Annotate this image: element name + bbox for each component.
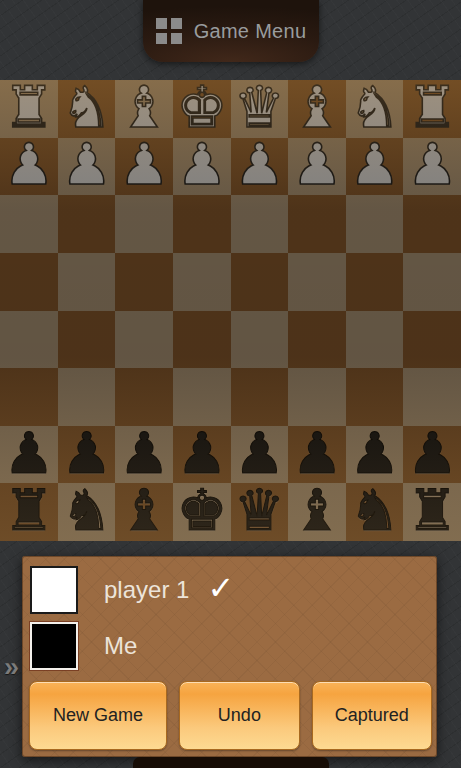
square-c5[interactable]	[288, 311, 346, 369]
square-h7[interactable]: ♟	[0, 426, 58, 484]
turn-check-icon: ✓	[207, 569, 234, 607]
square-g5[interactable]	[58, 311, 116, 369]
black-pawn: ♟	[407, 426, 458, 482]
square-b5[interactable]	[346, 311, 404, 369]
square-b8[interactable]: ♞	[346, 483, 404, 541]
black-pawn: ♟	[119, 426, 170, 482]
player-white-name: player 1	[104, 576, 189, 604]
square-f5[interactable]	[115, 311, 173, 369]
game-menu-button[interactable]: Game Menu	[143, 0, 319, 62]
player-black-name: Me	[104, 632, 137, 660]
square-g2[interactable]: ♟	[58, 138, 116, 196]
square-a4[interactable]	[403, 253, 461, 311]
square-f3[interactable]	[115, 195, 173, 253]
square-f7[interactable]: ♟	[115, 426, 173, 484]
square-d3[interactable]	[231, 195, 289, 253]
square-b6[interactable]	[346, 368, 404, 426]
player-row-black: Me	[30, 621, 429, 671]
square-c8[interactable]: ♝	[288, 483, 346, 541]
square-b2[interactable]: ♟	[346, 138, 404, 196]
square-a2[interactable]: ♟	[403, 138, 461, 196]
square-a1[interactable]: ♜	[403, 80, 461, 138]
square-e8[interactable]: ♚	[173, 483, 231, 541]
square-d6[interactable]	[231, 368, 289, 426]
white-rook: ♜	[407, 80, 458, 136]
square-c7[interactable]: ♟	[288, 426, 346, 484]
square-h5[interactable]	[0, 311, 58, 369]
white-color-swatch[interactable]	[30, 566, 78, 614]
players-panel: player 1 ✓ Me New Game Undo Captured	[22, 556, 437, 757]
black-pawn: ♟	[349, 426, 400, 482]
white-pawn: ♟	[3, 138, 54, 194]
square-f4[interactable]	[115, 253, 173, 311]
square-d8[interactable]: ♛	[231, 483, 289, 541]
square-f2[interactable]: ♟	[115, 138, 173, 196]
square-d1[interactable]: ♛	[231, 80, 289, 138]
black-bishop: ♝	[291, 483, 342, 539]
square-g6[interactable]	[58, 368, 116, 426]
white-knight: ♞	[349, 80, 400, 136]
square-d2[interactable]: ♟	[231, 138, 289, 196]
app-screen: Game Menu ♜♞♝♚♛♝♞♜♟♟♟♟♟♟♟♟♟♟♟♟♟♟♟♟♜♞♝♚♛♝…	[0, 0, 461, 768]
square-d7[interactable]: ♟	[231, 426, 289, 484]
black-pawn: ♟	[234, 426, 285, 482]
panel-button-row: New Game Undo Captured	[29, 681, 432, 750]
square-f1[interactable]: ♝	[115, 80, 173, 138]
white-bishop: ♝	[291, 80, 342, 136]
side-drawer-handle-icon[interactable]: »	[4, 654, 19, 681]
square-c3[interactable]	[288, 195, 346, 253]
undo-button[interactable]: Undo	[179, 681, 299, 750]
black-rook: ♜	[3, 483, 54, 539]
square-d4[interactable]	[231, 253, 289, 311]
bottom-drawer-tab[interactable]	[133, 757, 329, 768]
square-g4[interactable]	[58, 253, 116, 311]
square-g7[interactable]: ♟	[58, 426, 116, 484]
square-a5[interactable]	[403, 311, 461, 369]
square-c1[interactable]: ♝	[288, 80, 346, 138]
black-knight: ♞	[349, 483, 400, 539]
square-c4[interactable]	[288, 253, 346, 311]
square-a3[interactable]	[403, 195, 461, 253]
black-rook: ♜	[407, 483, 458, 539]
square-g3[interactable]	[58, 195, 116, 253]
square-e1[interactable]: ♚	[173, 80, 231, 138]
black-king: ♚	[176, 483, 227, 539]
white-king: ♚	[176, 80, 227, 136]
square-e7[interactable]: ♟	[173, 426, 231, 484]
square-h3[interactable]	[0, 195, 58, 253]
black-pawn: ♟	[3, 426, 54, 482]
new-game-button[interactable]: New Game	[29, 681, 167, 750]
white-pawn: ♟	[176, 138, 227, 194]
black-pawn: ♟	[176, 426, 227, 482]
white-bishop: ♝	[119, 80, 170, 136]
square-f8[interactable]: ♝	[115, 483, 173, 541]
square-b7[interactable]: ♟	[346, 426, 404, 484]
square-h2[interactable]: ♟	[0, 138, 58, 196]
chess-board: ♜♞♝♚♛♝♞♜♟♟♟♟♟♟♟♟♟♟♟♟♟♟♟♟♜♞♝♚♛♝♞♜	[0, 80, 461, 541]
square-c6[interactable]	[288, 368, 346, 426]
square-e3[interactable]	[173, 195, 231, 253]
game-menu-label: Game Menu	[194, 20, 307, 43]
square-h4[interactable]	[0, 253, 58, 311]
square-b4[interactable]	[346, 253, 404, 311]
square-e4[interactable]	[173, 253, 231, 311]
white-pawn: ♟	[119, 138, 170, 194]
white-knight: ♞	[61, 80, 112, 136]
square-a6[interactable]	[403, 368, 461, 426]
white-pawn: ♟	[291, 138, 342, 194]
grid-menu-icon	[156, 18, 182, 44]
square-h1[interactable]: ♜	[0, 80, 58, 138]
square-g8[interactable]: ♞	[58, 483, 116, 541]
black-pawn: ♟	[61, 426, 112, 482]
square-a8[interactable]: ♜	[403, 483, 461, 541]
black-knight: ♞	[61, 483, 112, 539]
square-b3[interactable]	[346, 195, 404, 253]
white-pawn: ♟	[407, 138, 458, 194]
black-color-swatch[interactable]	[30, 622, 78, 670]
black-bishop: ♝	[119, 483, 170, 539]
black-queen: ♛	[234, 483, 285, 539]
square-h8[interactable]: ♜	[0, 483, 58, 541]
square-e6[interactable]	[173, 368, 231, 426]
black-pawn: ♟	[291, 426, 342, 482]
white-rook: ♜	[3, 80, 54, 136]
square-e2[interactable]: ♟	[173, 138, 231, 196]
square-g1[interactable]: ♞	[58, 80, 116, 138]
white-pawn: ♟	[234, 138, 285, 194]
white-pawn: ♟	[61, 138, 112, 194]
white-queen: ♛	[234, 80, 285, 136]
square-h6[interactable]	[0, 368, 58, 426]
square-c2[interactable]: ♟	[288, 138, 346, 196]
captured-button[interactable]: Captured	[312, 681, 432, 750]
square-b1[interactable]: ♞	[346, 80, 404, 138]
square-d5[interactable]	[231, 311, 289, 369]
square-e5[interactable]	[173, 311, 231, 369]
player-row-white: player 1 ✓	[30, 565, 429, 615]
square-f6[interactable]	[115, 368, 173, 426]
white-pawn: ♟	[349, 138, 400, 194]
square-a7[interactable]: ♟	[403, 426, 461, 484]
